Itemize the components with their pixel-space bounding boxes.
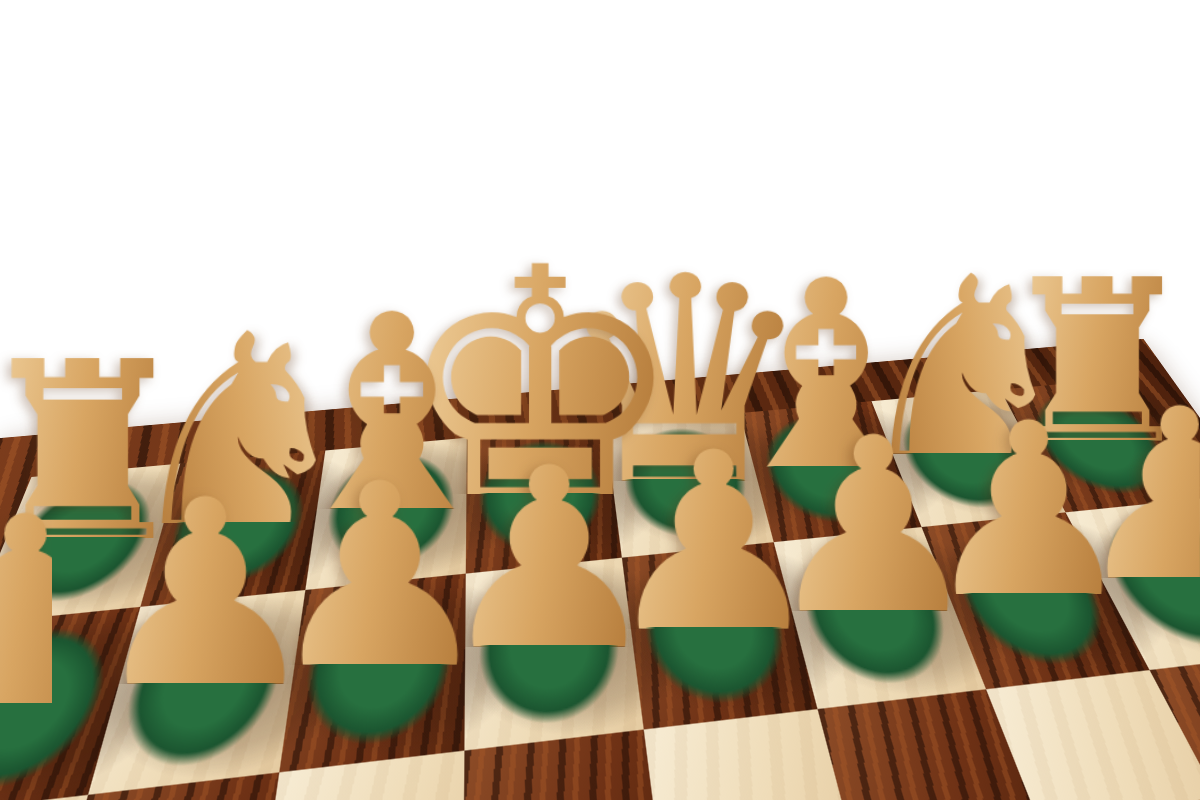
- piece-upright: ♟: [0, 267, 237, 704]
- scene: ♜♞♝♚♛♝♞♜♟♟♟♟♟♟♟♟: [0, 0, 1200, 800]
- chess-board: ♜♞♝♚♛♝♞♜♟♟♟♟♟♟♟♟: [0, 0, 1200, 800]
- chess-set-photo: ♜♞♝♚♛♝♞♜♟♟♟♟♟♟♟♟: [0, 0, 1200, 800]
